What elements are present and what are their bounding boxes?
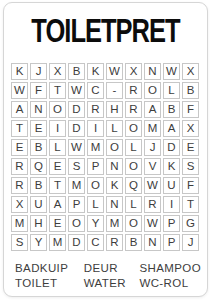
grid-cell-r2c3[interactable]: T — [49, 82, 66, 99]
grid-cell-r3c7[interactable]: R — [125, 101, 142, 118]
grid-cell-r4c9[interactable]: A — [163, 120, 180, 137]
word-toilet: TOILET — [15, 276, 84, 291]
grid-cell-r9c1[interactable]: M — [11, 215, 28, 232]
grid-cell-r6c10[interactable]: S — [182, 158, 199, 175]
grid-cell-r2c10[interactable]: B — [182, 82, 199, 99]
grid-cell-r8c9[interactable]: I — [163, 196, 180, 213]
grid-cell-r4c3[interactable]: I — [49, 120, 66, 137]
grid-cell-r10c7[interactable]: B — [125, 234, 142, 251]
grid-cell-r8c3[interactable]: A — [49, 196, 66, 213]
grid-cell-r7c3[interactable]: T — [49, 177, 66, 194]
grid-cell-r7c4[interactable]: M — [68, 177, 85, 194]
grid-cell-r10c9[interactable]: P — [163, 234, 180, 251]
grid-cell-r2c2[interactable]: F — [30, 82, 47, 99]
grid-cell-r3c1[interactable]: A — [11, 101, 28, 118]
grid-cell-r9c6[interactable]: M — [106, 215, 123, 232]
word-list-column-1: BADKUIPTOILET — [15, 261, 84, 291]
grid-cell-r5c1[interactable]: E — [11, 139, 28, 156]
puzzle-card: TOILETPRET KJXBKWXNWXWFTWC-ROLBANODRHRAB… — [3, 2, 208, 297]
grid-cell-r6c6[interactable]: N — [106, 158, 123, 175]
grid-cell-r4c2[interactable]: E — [30, 120, 47, 137]
grid-cell-r9c3[interactable]: E — [49, 215, 66, 232]
grid-cell-r3c8[interactable]: A — [144, 101, 161, 118]
grid-cell-r1c6[interactable]: W — [106, 63, 123, 80]
grid-cell-r6c3[interactable]: E — [49, 158, 66, 175]
grid-cell-r7c6[interactable]: K — [106, 177, 123, 194]
word-badkuip: BADKUIP — [15, 261, 84, 276]
grid-cell-r2c9[interactable]: L — [163, 82, 180, 99]
grid-cell-r9c4[interactable]: O — [68, 215, 85, 232]
grid-cell-r5c10[interactable]: E — [182, 139, 199, 156]
grid-cell-r2c6[interactable]: - — [106, 82, 123, 99]
grid-cell-r7c10[interactable]: F — [182, 177, 199, 194]
grid-cell-r5c4[interactable]: W — [68, 139, 85, 156]
word-list-column-2: DEURWATER — [84, 261, 140, 291]
grid-cell-r3c9[interactable]: B — [163, 101, 180, 118]
grid-cell-r7c2[interactable]: B — [30, 177, 47, 194]
grid-cell-r10c8[interactable]: N — [144, 234, 161, 251]
grid-cell-r8c7[interactable]: L — [125, 196, 142, 213]
grid-cell-r3c5[interactable]: R — [87, 101, 104, 118]
grid-cell-r8c4[interactable]: P — [68, 196, 85, 213]
grid-cell-r7c1[interactable]: R — [11, 177, 28, 194]
grid-cell-r8c10[interactable]: T — [182, 196, 199, 213]
grid-cell-r2c1[interactable]: W — [11, 82, 28, 99]
grid-cell-r3c3[interactable]: O — [49, 101, 66, 118]
grid-cell-r4c8[interactable]: M — [144, 120, 161, 137]
grid-cell-r6c9[interactable]: K — [163, 158, 180, 175]
grid-cell-r6c1[interactable]: R — [11, 158, 28, 175]
word-water: WATER — [84, 276, 140, 291]
grid-cell-r5c7[interactable]: L — [125, 139, 142, 156]
grid-cell-r1c10[interactable]: X — [182, 63, 199, 80]
grid-cell-r2c7[interactable]: R — [125, 82, 142, 99]
grid-cell-r6c2[interactable]: Q — [30, 158, 47, 175]
word-list: BADKUIPTOILETDEURWATERSHAMPOOWC-ROL — [15, 261, 201, 291]
grid-cell-r9c8[interactable]: W — [144, 215, 161, 232]
grid-cell-r10c6[interactable]: R — [106, 234, 123, 251]
grid-cell-r8c8[interactable]: R — [144, 196, 161, 213]
grid-cell-r2c8[interactable]: O — [144, 82, 161, 99]
grid-cell-r9c7[interactable]: O — [125, 215, 142, 232]
word-shampoo: SHAMPOO — [139, 261, 201, 276]
grid-cell-r2c4[interactable]: W — [68, 82, 85, 99]
grid-cell-r8c6[interactable]: N — [106, 196, 123, 213]
word-wc-rol: WC-ROL — [139, 276, 201, 291]
grid-cell-r10c3[interactable]: M — [49, 234, 66, 251]
grid-cell-r9c2[interactable]: H — [30, 215, 47, 232]
grid-cell-r7c9[interactable]: U — [163, 177, 180, 194]
grid-cell-r3c6[interactable]: H — [106, 101, 123, 118]
grid-cell-r6c5[interactable]: P — [87, 158, 104, 175]
grid-cell-r10c4[interactable]: D — [68, 234, 85, 251]
grid-cell-r1c8[interactable]: N — [144, 63, 161, 80]
puzzle-title: TOILETPRET — [6, 11, 205, 51]
grid-cell-r8c5[interactable]: L — [87, 196, 104, 213]
grid-cell-r7c7[interactable]: Q — [125, 177, 142, 194]
grid-cell-r1c2[interactable]: J — [30, 63, 47, 80]
grid-cell-r4c10[interactable]: X — [182, 120, 199, 137]
grid-cell-r10c10[interactable]: J — [182, 234, 199, 251]
grid-cell-r1c4[interactable]: B — [68, 63, 85, 80]
grid-cell-r1c9[interactable]: W — [163, 63, 180, 80]
grid-cell-r4c6[interactable]: L — [106, 120, 123, 137]
grid-cell-r10c2[interactable]: Y — [30, 234, 47, 251]
grid-cell-r1c1[interactable]: K — [11, 63, 28, 80]
grid-cell-r10c1[interactable]: S — [11, 234, 28, 251]
grid-cell-r2c5[interactable]: C — [87, 82, 104, 99]
grid-cell-r6c4[interactable]: S — [68, 158, 85, 175]
grid-cell-r9c9[interactable]: P — [163, 215, 180, 232]
grid-cell-r7c8[interactable]: W — [144, 177, 161, 194]
grid-cell-r1c3[interactable]: X — [49, 63, 66, 80]
grid-cell-r10c5[interactable]: C — [87, 234, 104, 251]
grid-cell-r5c9[interactable]: D — [163, 139, 180, 156]
grid-cell-r4c7[interactable]: O — [125, 120, 142, 137]
grid-cell-r3c4[interactable]: D — [68, 101, 85, 118]
grid-cell-r9c5[interactable]: Y — [87, 215, 104, 232]
grid-cell-r5c5[interactable]: M — [87, 139, 104, 156]
word-search-grid: KJXBKWXNWXWFTWC-ROLBANODRHRABFTEIDILOMAX… — [11, 63, 199, 251]
grid-cell-r6c8[interactable]: V — [144, 158, 161, 175]
grid-cell-r3c2[interactable]: N — [30, 101, 47, 118]
word-deur: DEUR — [84, 261, 140, 276]
grid-cell-r5c8[interactable]: J — [144, 139, 161, 156]
grid-cell-r4c4[interactable]: D — [68, 120, 85, 137]
grid-cell-r8c2[interactable]: U — [30, 196, 47, 213]
grid-cell-r7c5[interactable]: O — [87, 177, 104, 194]
grid-cell-r5c2[interactable]: B — [30, 139, 47, 156]
grid-cell-r5c3[interactable]: L — [49, 139, 66, 156]
grid-cell-r8c1[interactable]: X — [11, 196, 28, 213]
grid-cell-r1c7[interactable]: X — [125, 63, 142, 80]
word-list-column-3: SHAMPOOWC-ROL — [139, 261, 201, 291]
grid-cell-r6c7[interactable]: O — [125, 158, 142, 175]
grid-cell-r4c5[interactable]: I — [87, 120, 104, 137]
grid-cell-r5c6[interactable]: O — [106, 139, 123, 156]
grid-cell-r9c10[interactable]: G — [182, 215, 199, 232]
grid-cell-r1c5[interactable]: K — [87, 63, 104, 80]
grid-cell-r3c10[interactable]: F — [182, 101, 199, 118]
grid-cell-r4c1[interactable]: T — [11, 120, 28, 137]
